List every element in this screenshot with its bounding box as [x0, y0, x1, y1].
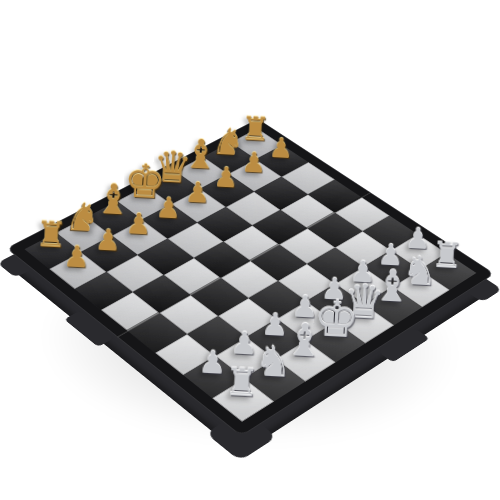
- board-squares: ♜♞♝♛♚♝♞♜♟♟♟♟♟♟♟♟♟♟♟♟♟♟♟♟♜♞♝♛♚♝♞♜: [24, 129, 476, 422]
- piece-silver-rook: ♜: [219, 364, 265, 403]
- chess-board: ♜♞♝♛♚♝♞♜♟♟♟♟♟♟♟♟♟♟♟♟♟♟♟♟♜♞♝♛♚♝♞♜: [6, 119, 495, 437]
- square-h7: ♟: [49, 252, 106, 289]
- board-3d-tilt: ♜♞♝♛♚♝♞♜♟♟♟♟♟♟♟♟♟♟♟♟♟♟♟♟♜♞♝♛♚♝♞♜: [6, 119, 495, 437]
- product-photo-scene: ♜♞♝♛♚♝♞♜♟♟♟♟♟♟♟♟♟♟♟♟♟♟♟♟♜♞♝♛♚♝♞♜: [0, 0, 500, 500]
- chess-set: ♜♞♝♛♚♝♞♜♟♟♟♟♟♟♟♟♟♟♟♟♟♟♟♟♜♞♝♛♚♝♞♜: [0, 0, 500, 500]
- piece-gold-pawn: ♟: [55, 243, 97, 273]
